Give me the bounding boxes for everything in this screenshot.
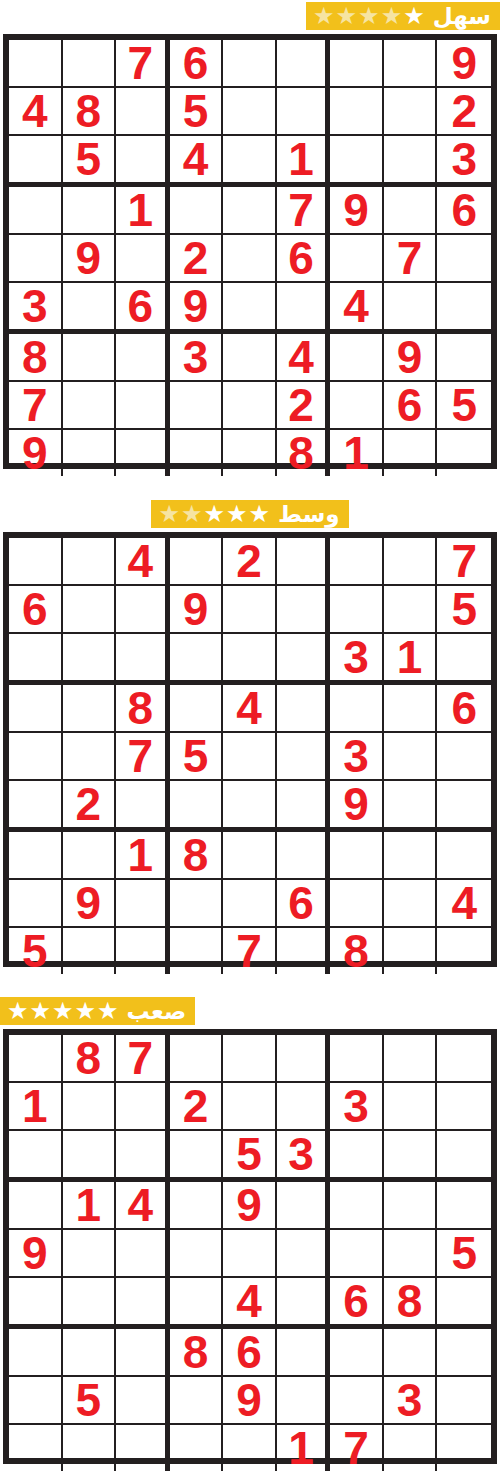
sudoku-cell-r9c3[interactable]	[116, 430, 170, 476]
sudoku-cell-r8c6: 2	[277, 382, 331, 430]
sudoku-cell-r6c5: 4	[223, 1278, 277, 1329]
sudoku-cell-r1c9[interactable]	[437, 1035, 491, 1083]
difficulty-label-medium: وسط	[278, 501, 340, 527]
sudoku-cell-r7c2[interactable]	[63, 1329, 117, 1377]
sudoku-cell-r6c2: 2	[63, 781, 117, 832]
sudoku-cell-r1c4: 6	[170, 40, 224, 88]
sudoku-cell-r3c9[interactable]	[437, 1131, 491, 1182]
sudoku-cell-r5c4: 5	[170, 733, 224, 781]
sudoku-cell-r2c5[interactable]	[223, 1083, 277, 1131]
sudoku-cell-r2c9: 5	[437, 586, 491, 634]
sudoku-cell-r4c5: 4	[223, 685, 277, 733]
sudoku-cell-r8c7[interactable]	[330, 382, 384, 430]
sudoku-cell-r3c5: 5	[223, 1131, 277, 1182]
sudoku-cell-r9c1: 5	[9, 928, 63, 974]
sudoku-cell-r6c7: 9	[330, 781, 384, 832]
sudoku-cell-r9c7: 8	[330, 928, 384, 974]
sudoku-cell-r9c4[interactable]	[170, 430, 224, 476]
sudoku-cell-r6c1: 3	[9, 283, 63, 334]
sudoku-cell-r2c7[interactable]	[330, 586, 384, 634]
star-filled-icon: ★	[249, 502, 271, 526]
sudoku-cell-r9c9[interactable]	[437, 928, 491, 974]
sudoku-cell-r1c2[interactable]	[63, 40, 117, 88]
sudoku-cell-r4c7[interactable]	[330, 1182, 384, 1230]
difficulty-stars-easy: ★★★★★	[313, 4, 425, 28]
sudoku-cell-r5c7: 3	[330, 733, 384, 781]
sudoku-cell-r8c1[interactable]	[9, 1377, 63, 1425]
sudoku-cell-r2c6[interactable]	[277, 1083, 331, 1131]
sudoku-cell-r5c1[interactable]	[9, 235, 63, 283]
sudoku-cell-r5c2: 9	[63, 235, 117, 283]
sudoku-cell-r4c7: 9	[330, 187, 384, 235]
sudoku-cell-r7c2[interactable]	[63, 832, 117, 880]
sudoku-cell-r7c8: 9	[384, 334, 438, 382]
sudoku-cell-r7c5[interactable]	[223, 334, 277, 382]
star-empty-icon: ★	[358, 4, 380, 28]
sudoku-cell-r9c1: 9	[9, 430, 63, 476]
sudoku-cell-r8c2[interactable]	[63, 382, 117, 430]
sudoku-cell-r4c4[interactable]	[170, 1182, 224, 1230]
sudoku-cell-r4c8[interactable]	[384, 685, 438, 733]
sudoku-cell-r9c4[interactable]	[170, 1425, 224, 1471]
sudoku-grid-medium: 427695318467532918964578	[3, 532, 497, 967]
sudoku-cell-r1c9: 9	[437, 40, 491, 88]
sudoku-cell-r7c8[interactable]	[384, 832, 438, 880]
sudoku-cell-r2c5[interactable]	[223, 88, 277, 136]
sudoku-cell-r5c1: 9	[9, 1230, 63, 1278]
sudoku-cell-r1c7[interactable]	[330, 538, 384, 586]
sudoku-cell-r1c3: 4	[116, 538, 170, 586]
star-filled-icon: ★	[52, 999, 74, 1023]
sudoku-cell-r3c1[interactable]	[9, 634, 63, 685]
sudoku-cell-r3c7[interactable]	[330, 136, 384, 187]
sudoku-cell-r3c8: 1	[384, 634, 438, 685]
sudoku-cell-r4c8[interactable]	[384, 187, 438, 235]
sudoku-cell-r9c5[interactable]	[223, 1425, 277, 1471]
sudoku-cell-r5c5[interactable]	[223, 1230, 277, 1278]
sudoku-cell-r8c5[interactable]	[223, 382, 277, 430]
sudoku-cell-r1c6[interactable]	[277, 538, 331, 586]
sudoku-cell-r2c3[interactable]	[116, 586, 170, 634]
sudoku-cell-r8c3[interactable]	[116, 880, 170, 928]
sudoku-cell-r4c1[interactable]	[9, 187, 63, 235]
sudoku-cell-r6c9[interactable]	[437, 283, 491, 334]
sudoku-cell-r1c2[interactable]	[63, 538, 117, 586]
sudoku-cell-r7c3[interactable]	[116, 1329, 170, 1377]
sudoku-cell-r3c5[interactable]	[223, 136, 277, 187]
difficulty-label-easy: سهل	[433, 3, 491, 29]
sudoku-cell-r9c7: 1	[330, 430, 384, 476]
sudoku-cell-r9c1[interactable]	[9, 1425, 63, 1471]
sudoku-cell-r1c4[interactable]	[170, 538, 224, 586]
sudoku-cell-r7c3[interactable]	[116, 334, 170, 382]
sudoku-cell-r9c8[interactable]	[384, 430, 438, 476]
sudoku-cell-r5c3[interactable]	[116, 235, 170, 283]
sudoku-cell-r5c5[interactable]	[223, 235, 277, 283]
sudoku-cell-r8c7[interactable]	[330, 880, 384, 928]
sudoku-cell-r7c4: 3	[170, 334, 224, 382]
star-filled-icon: ★	[97, 999, 119, 1023]
sudoku-cell-r8c8: 6	[384, 382, 438, 430]
sudoku-cell-r5c1[interactable]	[9, 733, 63, 781]
sudoku-cell-r8c8: 3	[384, 1377, 438, 1425]
sudoku-cell-r4c2[interactable]	[63, 187, 117, 235]
sudoku-cell-r5c9[interactable]	[437, 235, 491, 283]
sudoku-cell-r5c2[interactable]	[63, 733, 117, 781]
sudoku-cell-r1c2: 8	[63, 1035, 117, 1083]
star-empty-icon: ★	[381, 4, 403, 28]
sudoku-cell-r6c1[interactable]	[9, 781, 63, 832]
difficulty-banner-row-medium: ★★★★★ وسط	[0, 500, 500, 528]
difficulty-label-hard: صعب	[127, 998, 187, 1024]
sudoku-cell-r4c4[interactable]	[170, 685, 224, 733]
sudoku-cell-r1c6[interactable]	[277, 40, 331, 88]
sudoku-cell-r3c9[interactable]	[437, 634, 491, 685]
sudoku-cell-r7c9[interactable]	[437, 1329, 491, 1377]
sudoku-cell-r3c8[interactable]	[384, 1131, 438, 1182]
sudoku-cell-r3c6: 1	[277, 136, 331, 187]
difficulty-banner-hard: ★★★★★ صعب	[0, 997, 195, 1025]
star-empty-icon: ★	[158, 502, 180, 526]
sudoku-cell-r5c8[interactable]	[384, 733, 438, 781]
sudoku-cell-r5c9[interactable]	[437, 733, 491, 781]
sudoku-cell-r9c5[interactable]	[223, 430, 277, 476]
sudoku-cell-r9c4[interactable]	[170, 928, 224, 974]
sudoku-cell-r2c2[interactable]	[63, 586, 117, 634]
sudoku-cell-r7c9[interactable]	[437, 832, 491, 880]
sudoku-cell-r2c6[interactable]	[277, 88, 331, 136]
sudoku-cell-r8c6: 6	[277, 880, 331, 928]
sudoku-cell-r6c2[interactable]	[63, 283, 117, 334]
sudoku-cell-r4c3: 4	[116, 1182, 170, 1230]
sudoku-cell-r9c9	[437, 1425, 491, 1471]
sudoku-cell-r5c3: 7	[116, 733, 170, 781]
sudoku-cell-r1c5[interactable]	[223, 40, 277, 88]
sudoku-cell-r8c6[interactable]	[277, 1377, 331, 1425]
sudoku-cell-r8c7[interactable]	[330, 1377, 384, 1425]
sudoku-cell-r4c6[interactable]	[277, 685, 331, 733]
sudoku-cell-r9c3[interactable]	[116, 928, 170, 974]
star-filled-icon: ★	[30, 999, 52, 1023]
sudoku-cell-r3c6[interactable]	[277, 634, 331, 685]
sudoku-cell-r1c1[interactable]	[9, 40, 63, 88]
sudoku-cell-r6c4[interactable]	[170, 1278, 224, 1329]
sudoku-cell-r8c4[interactable]	[170, 382, 224, 430]
sudoku-cell-r6c8[interactable]	[384, 283, 438, 334]
sudoku-cell-r2c5[interactable]	[223, 586, 277, 634]
sudoku-cell-r1c8[interactable]	[384, 40, 438, 88]
star-empty-icon: ★	[181, 502, 203, 526]
sudoku-cell-r1c1[interactable]	[9, 1035, 63, 1083]
star-filled-icon: ★	[7, 999, 29, 1023]
sudoku-cell-r5c6[interactable]	[277, 1230, 331, 1278]
sudoku-cell-r6c9[interactable]	[437, 781, 491, 832]
sudoku-cell-r4c2[interactable]	[63, 685, 117, 733]
sudoku-cell-r6c7: 4	[330, 283, 384, 334]
sudoku-cell-r7c3: 1	[116, 832, 170, 880]
sudoku-cell-r3c8[interactable]	[384, 136, 438, 187]
sudoku-cell-r7c4: 8	[170, 1329, 224, 1377]
sudoku-cell-r1c4[interactable]	[170, 1035, 224, 1083]
sudoku-cell-r3c3[interactable]	[116, 634, 170, 685]
sudoku-cell-r1c7[interactable]	[330, 1035, 384, 1083]
difficulty-banner-row-hard: ★★★★★ صعب	[0, 997, 500, 1025]
sudoku-cell-r2c8[interactable]	[384, 1083, 438, 1131]
sudoku-cell-r2c8[interactable]	[384, 88, 438, 136]
sudoku-cell-r7c8[interactable]	[384, 1329, 438, 1377]
sudoku-cell-r1c5[interactable]	[223, 1035, 277, 1083]
sudoku-cell-r2c6[interactable]	[277, 586, 331, 634]
sudoku-cell-r3c1[interactable]	[9, 1131, 63, 1182]
difficulty-stars-hard: ★★★★★	[7, 999, 119, 1023]
sudoku-cell-r3c2: 5	[63, 136, 117, 187]
sudoku-cell-r1c3: 7	[116, 1035, 170, 1083]
sudoku-cell-r8c3[interactable]	[116, 1377, 170, 1425]
sudoku-cell-r2c7[interactable]	[330, 88, 384, 136]
sudoku-cell-r1c7[interactable]	[330, 40, 384, 88]
sudoku-cell-r5c6: 6	[277, 235, 331, 283]
star-filled-icon: ★	[226, 502, 248, 526]
sudoku-cell-r4c6: 7	[277, 187, 331, 235]
sudoku-cell-r5c8[interactable]	[384, 1230, 438, 1278]
sudoku-cell-r8c2: 5	[63, 1377, 117, 1425]
sudoku-cell-r3c4[interactable]	[170, 1131, 224, 1182]
sudoku-cell-r4c1[interactable]	[9, 685, 63, 733]
sudoku-cell-r2c1: 6	[9, 586, 63, 634]
sudoku-cell-r8c8[interactable]	[384, 880, 438, 928]
sudoku-cell-r6c3[interactable]	[116, 781, 170, 832]
sudoku-cell-r6c9[interactable]	[437, 1278, 491, 1329]
sudoku-cell-r3c2[interactable]	[63, 1131, 117, 1182]
sudoku-cell-r4c4[interactable]	[170, 187, 224, 235]
sudoku-cell-r6c4[interactable]	[170, 781, 224, 832]
difficulty-stars-medium: ★★★★★	[158, 502, 270, 526]
sudoku-grid-easy: 7694852541317969267369483497265981	[3, 34, 497, 469]
sudoku-cell-r8c1: 7	[9, 382, 63, 430]
sudoku-cell-r7c6[interactable]	[277, 1329, 331, 1377]
sudoku-cell-r8c9: 4	[437, 880, 491, 928]
sudoku-cell-r1c1[interactable]	[9, 538, 63, 586]
sudoku-cell-r3c7: 3	[330, 634, 384, 685]
sudoku-cell-r9c2[interactable]	[63, 430, 117, 476]
sudoku-cell-r5c7[interactable]	[330, 235, 384, 283]
sudoku-cell-r7c7[interactable]	[330, 1329, 384, 1377]
sudoku-cell-r1c8[interactable]	[384, 1035, 438, 1083]
sudoku-cell-r5c8: 7	[384, 235, 438, 283]
star-filled-icon: ★	[403, 4, 425, 28]
sudoku-cell-r6c8[interactable]	[384, 781, 438, 832]
sudoku-cell-r3c7[interactable]	[330, 1131, 384, 1182]
sudoku-cell-r4c7[interactable]	[330, 685, 384, 733]
difficulty-banner-row-easy: ★★★★★ سهل	[0, 2, 500, 30]
sudoku-cell-r7c5: 6	[223, 1329, 277, 1377]
sudoku-grid-hard: 8712353149954688659317	[3, 1029, 497, 1464]
sudoku-cell-r2c3[interactable]	[116, 88, 170, 136]
sudoku-cell-r7c1[interactable]	[9, 832, 63, 880]
sudoku-cell-r7c7[interactable]	[330, 832, 384, 880]
sudoku-cell-r8c1[interactable]	[9, 880, 63, 928]
sudoku-cell-r8c4[interactable]	[170, 880, 224, 928]
sudoku-cell-r7c6[interactable]	[277, 832, 331, 880]
sudoku-cell-r8c9: 5	[437, 382, 491, 430]
sudoku-cell-r4c9: 6	[437, 685, 491, 733]
sudoku-cell-r9c8[interactable]	[384, 928, 438, 974]
sudoku-cell-r4c5[interactable]	[223, 187, 277, 235]
difficulty-banner-easy: ★★★★★ سهل	[306, 2, 500, 30]
sudoku-cell-r6c1[interactable]	[9, 1278, 63, 1329]
sudoku-cell-r5c9: 5	[437, 1230, 491, 1278]
star-filled-icon: ★	[75, 999, 97, 1023]
sudoku-cell-r3c2[interactable]	[63, 634, 117, 685]
sudoku-cell-r4c2: 1	[63, 1182, 117, 1230]
sudoku-cell-r3c4: 4	[170, 136, 224, 187]
sudoku-cell-r2c4: 5	[170, 88, 224, 136]
sudoku-cell-r2c9[interactable]	[437, 1083, 491, 1131]
sudoku-cell-r6c4: 9	[170, 283, 224, 334]
sudoku-cell-r5c2[interactable]	[63, 1230, 117, 1278]
sudoku-cell-r9c2[interactable]	[63, 1425, 117, 1471]
sudoku-cell-r3c6: 3	[277, 1131, 331, 1182]
sudoku-cell-r3c1[interactable]	[9, 136, 63, 187]
sudoku-cell-r4c3: 8	[116, 685, 170, 733]
sudoku-cell-r7c6: 4	[277, 334, 331, 382]
sudoku-cell-r3c4[interactable]	[170, 634, 224, 685]
star-empty-icon: ★	[313, 4, 335, 28]
sudoku-cell-r3c3[interactable]	[116, 1131, 170, 1182]
sudoku-cell-r3c9: 3	[437, 136, 491, 187]
sudoku-cell-r4c9: 6	[437, 187, 491, 235]
sudoku-cell-r2c1: 1	[9, 1083, 63, 1131]
sudoku-cell-r3c3[interactable]	[116, 136, 170, 187]
sudoku-cell-r7c7[interactable]	[330, 334, 384, 382]
sudoku-cell-r4c9[interactable]	[437, 1182, 491, 1230]
sudoku-cell-r4c6[interactable]	[277, 1182, 331, 1230]
sudoku-cell-r7c2[interactable]	[63, 334, 117, 382]
sudoku-cell-r6c5[interactable]	[223, 283, 277, 334]
sudoku-cell-r9c8[interactable]	[384, 1425, 438, 1471]
sudoku-cell-r8c2: 9	[63, 880, 117, 928]
sudoku-cell-r9c6: 8	[277, 430, 331, 476]
sudoku-cell-r2c8[interactable]	[384, 586, 438, 634]
sudoku-cell-r7c1[interactable]	[9, 1329, 63, 1377]
sudoku-cell-r9c7: 7	[330, 1425, 384, 1471]
sudoku-cell-r6c7: 6	[330, 1278, 384, 1329]
sudoku-cell-r2c4: 9	[170, 586, 224, 634]
sudoku-cell-r6c6[interactable]	[277, 781, 331, 832]
sudoku-cell-r5c6[interactable]	[277, 733, 331, 781]
sudoku-cell-r6c6[interactable]	[277, 283, 331, 334]
sudoku-cell-r4c1[interactable]	[9, 1182, 63, 1230]
sudoku-cell-r1c9: 7	[437, 538, 491, 586]
sudoku-cell-r6c3[interactable]	[116, 1278, 170, 1329]
sudoku-cell-r2c3[interactable]	[116, 1083, 170, 1131]
sudoku-cell-r2c7: 3	[330, 1083, 384, 1131]
sudoku-cell-r9c6: 1	[277, 1425, 331, 1471]
sudoku-cell-r4c8[interactable]	[384, 1182, 438, 1230]
sudoku-cell-r2c2: 8	[63, 88, 117, 136]
sudoku-cell-r2c9: 2	[437, 88, 491, 136]
sudoku-cell-r9c5: 7	[223, 928, 277, 974]
sudoku-cell-r4c5: 9	[223, 1182, 277, 1230]
sudoku-cell-r7c1: 8	[9, 334, 63, 382]
sudoku-cell-r9c3[interactable]	[116, 1425, 170, 1471]
star-empty-icon: ★	[336, 4, 358, 28]
sudoku-cell-r5c7[interactable]	[330, 1230, 384, 1278]
sudoku-cell-r7c5[interactable]	[223, 832, 277, 880]
sudoku-cell-r2c1: 4	[9, 88, 63, 136]
sudoku-cell-r7c4: 8	[170, 832, 224, 880]
sudoku-cell-r5c4: 2	[170, 235, 224, 283]
sudoku-cell-r6c3: 6	[116, 283, 170, 334]
star-filled-icon: ★	[203, 502, 225, 526]
sudoku-cell-r1c5: 2	[223, 538, 277, 586]
sudoku-cell-r3c5[interactable]	[223, 634, 277, 685]
sudoku-cell-r9c2[interactable]	[63, 928, 117, 974]
sudoku-cell-r5c4[interactable]	[170, 1230, 224, 1278]
sudoku-cell-r8c5: 9	[223, 1377, 277, 1425]
sudoku-cell-r1c8[interactable]	[384, 538, 438, 586]
sudoku-cell-r6c2[interactable]	[63, 1278, 117, 1329]
sudoku-cell-r2c4: 2	[170, 1083, 224, 1131]
sudoku-cell-r8c3[interactable]	[116, 382, 170, 430]
sudoku-cell-r7c9[interactable]	[437, 334, 491, 382]
sudoku-cell-r8c5[interactable]	[223, 880, 277, 928]
sudoku-cell-r2c2[interactable]	[63, 1083, 117, 1131]
sudoku-cell-r6c8: 8	[384, 1278, 438, 1329]
difficulty-banner-medium: ★★★★★ وسط	[151, 500, 348, 528]
sudoku-cell-r6c6[interactable]	[277, 1278, 331, 1329]
sudoku-cell-r5c3[interactable]	[116, 1230, 170, 1278]
sudoku-cell-r8c9[interactable]	[437, 1377, 491, 1425]
sudoku-cell-r8c4[interactable]	[170, 1377, 224, 1425]
sudoku-cell-r1c6[interactable]	[277, 1035, 331, 1083]
sudoku-cell-r9c9[interactable]	[437, 430, 491, 476]
sudoku-cell-r6c5[interactable]	[223, 781, 277, 832]
sudoku-cell-r4c3: 1	[116, 187, 170, 235]
sudoku-cell-r9c6[interactable]	[277, 928, 331, 974]
sudoku-cell-r5c5[interactable]	[223, 733, 277, 781]
sudoku-cell-r1c3: 7	[116, 40, 170, 88]
